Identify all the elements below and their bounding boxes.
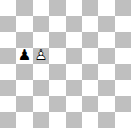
square-h4[interactable] (115, 64, 131, 80)
square-b3[interactable] (16, 80, 32, 96)
square-g8[interactable] (98, 0, 114, 16)
square-d6[interactable] (49, 32, 65, 48)
square-b1[interactable] (16, 112, 32, 128)
square-c1[interactable] (33, 112, 49, 128)
square-a4[interactable] (0, 64, 16, 80)
square-h7[interactable] (115, 16, 131, 32)
square-b4[interactable] (16, 64, 32, 80)
square-d4[interactable] (49, 64, 65, 80)
square-d2[interactable] (49, 96, 65, 112)
square-d7[interactable] (49, 16, 65, 32)
white-pawn-outline: ♙ (34, 48, 47, 63)
chess-board[interactable]: ♟♟♙ (0, 0, 131, 128)
square-g1[interactable] (98, 112, 114, 128)
square-e4[interactable] (66, 64, 82, 80)
square-b5[interactable]: ♟ (16, 48, 32, 64)
square-d8[interactable] (49, 0, 65, 16)
square-h3[interactable] (115, 80, 131, 96)
square-f1[interactable] (82, 112, 98, 128)
square-b6[interactable] (16, 32, 32, 48)
square-d3[interactable] (49, 80, 65, 96)
square-e7[interactable] (66, 16, 82, 32)
square-f3[interactable] (82, 80, 98, 96)
square-c7[interactable] (33, 16, 49, 32)
black-pawn[interactable]: ♟ (18, 48, 31, 63)
square-a3[interactable] (0, 80, 16, 96)
square-c3[interactable] (33, 80, 49, 96)
square-a1[interactable] (0, 112, 16, 128)
square-d1[interactable] (49, 112, 65, 128)
square-e3[interactable] (66, 80, 82, 96)
square-h8[interactable] (115, 0, 131, 16)
square-e5[interactable] (66, 48, 82, 64)
square-g2[interactable] (98, 96, 114, 112)
square-g7[interactable] (98, 16, 114, 32)
square-a6[interactable] (0, 32, 16, 48)
square-h6[interactable] (115, 32, 131, 48)
square-e2[interactable] (66, 96, 82, 112)
square-f2[interactable] (82, 96, 98, 112)
square-a2[interactable] (0, 96, 16, 112)
square-c4[interactable] (33, 64, 49, 80)
square-g3[interactable] (98, 80, 114, 96)
square-b8[interactable] (16, 0, 32, 16)
square-c8[interactable] (33, 0, 49, 16)
square-c2[interactable] (33, 96, 49, 112)
square-c5[interactable]: ♟♙ (33, 48, 49, 64)
square-f7[interactable] (82, 16, 98, 32)
square-a5[interactable] (0, 48, 16, 64)
square-e8[interactable] (66, 0, 82, 16)
square-g4[interactable] (98, 64, 114, 80)
square-a8[interactable] (0, 0, 16, 16)
square-f5[interactable] (82, 48, 98, 64)
square-f6[interactable] (82, 32, 98, 48)
square-b2[interactable] (16, 96, 32, 112)
square-g5[interactable] (98, 48, 114, 64)
square-b7[interactable] (16, 16, 32, 32)
square-e1[interactable] (66, 112, 82, 128)
square-a7[interactable] (0, 16, 16, 32)
white-pawn[interactable]: ♟♙ (34, 48, 47, 63)
square-c6[interactable] (33, 32, 49, 48)
square-f8[interactable] (82, 0, 98, 16)
square-d5[interactable] (49, 48, 65, 64)
square-h1[interactable] (115, 112, 131, 128)
square-f4[interactable] (82, 64, 98, 80)
square-e6[interactable] (66, 32, 82, 48)
square-h2[interactable] (115, 96, 131, 112)
square-h5[interactable] (115, 48, 131, 64)
square-g6[interactable] (98, 32, 114, 48)
